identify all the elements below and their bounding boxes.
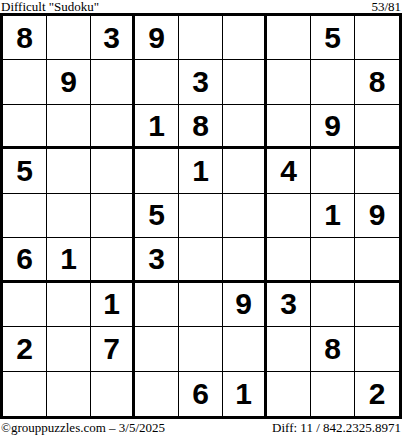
cell-r4c5: 1 xyxy=(179,149,223,193)
cell-r4c6 xyxy=(223,149,267,193)
cell-r3c1 xyxy=(3,105,47,149)
cell-r5c1 xyxy=(3,194,47,238)
cell-r2c5: 3 xyxy=(179,60,223,104)
cell-r7c3: 1 xyxy=(91,283,135,327)
cell-r9c9: 2 xyxy=(355,372,399,416)
cell-r4c4 xyxy=(135,149,179,193)
cell-r9c8 xyxy=(311,372,355,416)
cell-r4c2 xyxy=(47,149,91,193)
cell-r2c1 xyxy=(3,60,47,104)
cell-r1c7 xyxy=(267,16,311,60)
cell-r7c4 xyxy=(135,283,179,327)
cell-r3c7 xyxy=(267,105,311,149)
cell-r7c8 xyxy=(311,283,355,327)
cell-r4c8 xyxy=(311,149,355,193)
cell-r2c8 xyxy=(311,60,355,104)
puzzle-title: Difficult "Sudoku" xyxy=(1,0,99,13)
cell-r1c6 xyxy=(223,16,267,60)
cell-r4c1: 5 xyxy=(3,149,47,193)
cell-r8c6 xyxy=(223,327,267,371)
cell-r8c4 xyxy=(135,327,179,371)
cell-r9c5: 6 xyxy=(179,372,223,416)
cell-r8c7 xyxy=(267,327,311,371)
cell-r5c2 xyxy=(47,194,91,238)
cell-r8c5 xyxy=(179,327,223,371)
page-footer: ©grouppuzzles.com – 3/5/2025 Diff: 11 / … xyxy=(1,420,401,435)
cell-r9c1 xyxy=(3,372,47,416)
cell-r8c2 xyxy=(47,327,91,371)
cell-r9c4 xyxy=(135,372,179,416)
cell-r6c2: 1 xyxy=(47,238,91,282)
cell-r9c3 xyxy=(91,372,135,416)
cell-r8c3: 7 xyxy=(91,327,135,371)
cell-r3c8: 9 xyxy=(311,105,355,149)
cell-r3c9 xyxy=(355,105,399,149)
cell-r6c8 xyxy=(311,238,355,282)
cell-r2c3 xyxy=(91,60,135,104)
cell-r5c3 xyxy=(91,194,135,238)
cell-r2c9: 8 xyxy=(355,60,399,104)
cell-r5c5 xyxy=(179,194,223,238)
cell-r8c9 xyxy=(355,327,399,371)
cell-r6c1: 6 xyxy=(3,238,47,282)
cell-r6c6 xyxy=(223,238,267,282)
cell-r8c1: 2 xyxy=(3,327,47,371)
empty-cell-counter: 53/81 xyxy=(371,0,401,13)
cell-r5c7 xyxy=(267,194,311,238)
cell-r2c4 xyxy=(135,60,179,104)
cell-r9c7 xyxy=(267,372,311,416)
copyright-text: ©grouppuzzles.com – 3/5/2025 xyxy=(1,420,165,435)
cell-r3c3 xyxy=(91,105,135,149)
cell-r6c5 xyxy=(179,238,223,282)
cell-r3c2 xyxy=(47,105,91,149)
cell-r7c7: 3 xyxy=(267,283,311,327)
cell-r7c2 xyxy=(47,283,91,327)
cell-r3c5: 8 xyxy=(179,105,223,149)
cell-r3c6 xyxy=(223,105,267,149)
page-header: Difficult "Sudoku" 53/81 xyxy=(1,0,401,13)
cell-r1c3: 3 xyxy=(91,16,135,60)
cell-r1c2 xyxy=(47,16,91,60)
cell-r5c6 xyxy=(223,194,267,238)
cell-r7c1 xyxy=(3,283,47,327)
cell-r5c4: 5 xyxy=(135,194,179,238)
cell-r4c9 xyxy=(355,149,399,193)
cell-r2c2: 9 xyxy=(47,60,91,104)
cell-r7c6: 9 xyxy=(223,283,267,327)
cell-r2c6 xyxy=(223,60,267,104)
cell-r6c4: 3 xyxy=(135,238,179,282)
cell-r9c2 xyxy=(47,372,91,416)
cell-r3c4: 1 xyxy=(135,105,179,149)
cell-r9c6: 1 xyxy=(223,372,267,416)
cell-r7c5 xyxy=(179,283,223,327)
cell-r5c8: 1 xyxy=(311,194,355,238)
cell-r6c3 xyxy=(91,238,135,282)
cell-r6c7 xyxy=(267,238,311,282)
difficulty-text: Diff: 11 / 842.2325.8971 xyxy=(272,420,401,435)
cell-r4c7: 4 xyxy=(267,149,311,193)
cell-r2c7 xyxy=(267,60,311,104)
cell-r4c3 xyxy=(91,149,135,193)
cell-r1c9 xyxy=(355,16,399,60)
cell-r1c1: 8 xyxy=(3,16,47,60)
cell-r1c8: 5 xyxy=(311,16,355,60)
cell-r8c8: 8 xyxy=(311,327,355,371)
cell-r1c5 xyxy=(179,16,223,60)
sudoku-board: 8395938189514519613193278612 xyxy=(0,13,402,419)
cell-r7c9 xyxy=(355,283,399,327)
cell-r5c9: 9 xyxy=(355,194,399,238)
cell-r6c9 xyxy=(355,238,399,282)
cell-r1c4: 9 xyxy=(135,16,179,60)
